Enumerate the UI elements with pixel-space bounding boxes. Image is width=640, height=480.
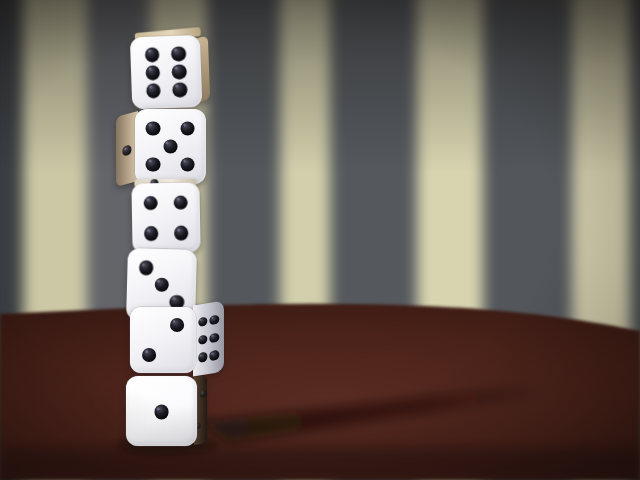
die-1-front-face-six xyxy=(130,35,202,109)
die-5-two xyxy=(130,301,230,380)
die-pip xyxy=(142,348,156,362)
die-pip xyxy=(154,405,169,420)
die-pip xyxy=(146,121,161,136)
die-pip xyxy=(154,278,169,293)
die-3-front-face-four xyxy=(131,182,200,253)
die-pip xyxy=(173,195,188,210)
die-pip xyxy=(180,121,195,136)
dice-stack xyxy=(0,0,640,480)
die-pip xyxy=(122,145,131,157)
die-pip xyxy=(210,314,219,325)
die-6-bottom-one xyxy=(126,374,214,449)
die-2-front-face-five xyxy=(135,109,206,184)
die-pip xyxy=(198,334,207,345)
die-pip xyxy=(171,46,186,61)
die-pip xyxy=(198,352,207,363)
die-5-right-face-six xyxy=(193,301,224,377)
die-pip xyxy=(174,226,189,241)
die-pip xyxy=(210,332,219,343)
die-pip xyxy=(146,157,161,172)
die-pip xyxy=(170,318,184,332)
die-pip xyxy=(144,226,159,241)
die-3-four xyxy=(129,177,204,254)
die-pip xyxy=(144,196,159,211)
die-6-front-face-one xyxy=(126,376,197,446)
die-1-top-six xyxy=(128,27,215,112)
die-pip xyxy=(163,139,178,154)
die-2-five xyxy=(116,106,208,188)
die-pip xyxy=(210,350,219,361)
die-pip xyxy=(139,261,154,276)
die-5-front-face-two xyxy=(130,307,196,373)
die-pip xyxy=(145,47,160,62)
die-pip xyxy=(180,157,195,172)
photo-scene xyxy=(0,0,640,480)
die-pip xyxy=(172,82,187,97)
die-pip xyxy=(200,390,207,397)
die-pip xyxy=(146,83,161,98)
die-pip xyxy=(198,316,207,327)
die-pip xyxy=(172,64,187,79)
die-pip xyxy=(145,65,160,80)
